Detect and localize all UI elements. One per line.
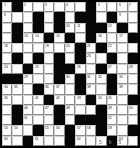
cell-r8c13[interactable] xyxy=(128,74,138,84)
clue-number: 63 xyxy=(119,137,123,141)
clue-number: 55 xyxy=(45,126,49,130)
cell-r13c3[interactable] xyxy=(23,125,33,135)
clue-number: 51 xyxy=(24,116,28,120)
clue-number: 21 xyxy=(87,44,91,48)
cell-r9c6[interactable]: 37 xyxy=(54,84,64,94)
cell-r11c13[interactable]: 50 xyxy=(128,105,138,115)
cell-r9c2[interactable]: 35 xyxy=(12,84,22,94)
clue-number: 60 xyxy=(4,137,8,141)
cell-r2c1[interactable]: 8 xyxy=(2,12,12,22)
clue-number: 3 xyxy=(45,3,47,7)
cell-r2c6 xyxy=(54,12,64,22)
clue-number: 6 xyxy=(119,3,121,7)
cell-r10c3[interactable] xyxy=(23,95,33,105)
cell-r8c1 xyxy=(2,74,12,84)
clue-number: 30 xyxy=(66,75,70,79)
crossword-grid: 1234567891011121314151617181920212223242… xyxy=(2,2,138,146)
clue-number: 33 xyxy=(119,75,123,79)
cell-r5c3[interactable] xyxy=(23,43,33,53)
clue-number: 59 xyxy=(108,126,112,130)
cell-r4c8[interactable] xyxy=(75,33,85,43)
clue-number: 43 xyxy=(77,96,81,100)
clue-number: 54 xyxy=(14,126,18,130)
cell-r9c7[interactable] xyxy=(65,84,75,94)
cell-r3c12 xyxy=(117,23,127,33)
clue-number: 42 xyxy=(56,96,60,100)
cell-r7c10 xyxy=(96,64,106,74)
clue-number: 58 xyxy=(87,126,91,130)
cell-r9c5[interactable]: 36 xyxy=(44,84,54,94)
cell-r9c9[interactable]: 38 xyxy=(86,84,96,94)
clue-number: 41 xyxy=(35,96,39,100)
cell-r5c11[interactable]: 22 xyxy=(107,43,117,53)
clue-number: 53 xyxy=(4,126,8,130)
cell-r9c3[interactable] xyxy=(23,84,33,94)
cell-r10c11[interactable]: 45 xyxy=(107,95,117,105)
cell-r12c11[interactable]: 52 xyxy=(107,115,117,125)
cell-r11c5[interactable]: 47 xyxy=(44,105,54,115)
cell-r10c7[interactable] xyxy=(65,95,75,105)
clue-number: 37 xyxy=(56,85,60,89)
cell-r3c9 xyxy=(86,23,96,33)
cell-r12c8 xyxy=(75,115,85,125)
clue-number: 4 xyxy=(66,3,68,7)
cell-r8c9[interactable]: 31 xyxy=(86,74,96,84)
cell-r11c6 xyxy=(54,105,64,115)
cell-r4c9 xyxy=(86,33,96,43)
cell-r8c10[interactable]: 32 xyxy=(96,74,106,84)
cell-r7c12[interactable] xyxy=(117,64,127,74)
cell-r6c3[interactable] xyxy=(23,53,33,63)
clue-number: 35 xyxy=(14,85,18,89)
cell-r4c4[interactable]: 14 xyxy=(33,33,43,43)
cell-r12c3[interactable]: 51 xyxy=(23,115,33,125)
clue-number: 28 xyxy=(129,65,133,69)
cell-r10c1[interactable]: 40 xyxy=(2,95,12,105)
cell-r7c1[interactable]: 24 xyxy=(2,64,12,74)
cell-r12c5[interactable] xyxy=(44,115,54,125)
cell-r11c7[interactable]: 48 xyxy=(65,105,75,115)
cell-r6c5[interactable] xyxy=(44,53,54,63)
cell-r10c4[interactable]: 41 xyxy=(33,95,43,105)
cell-r1c10[interactable]: 5 xyxy=(96,2,106,12)
clue-number: 10 xyxy=(66,24,70,28)
cell-r2c8 xyxy=(75,12,85,22)
cell-r5c4[interactable] xyxy=(33,43,43,53)
cell-r10c13 xyxy=(128,95,138,105)
clue-number: 2 xyxy=(24,3,26,7)
clue-number: 52 xyxy=(108,116,112,120)
cell-r11c11[interactable]: 49 xyxy=(107,105,117,115)
clue-number: 57 xyxy=(77,126,81,130)
cell-r1c2 xyxy=(12,2,22,12)
cell-r9c11 xyxy=(107,84,117,94)
cell-r5c6[interactable] xyxy=(54,43,64,53)
cell-r14c11 xyxy=(107,136,117,146)
cell-r1c3[interactable]: 2 xyxy=(23,2,33,12)
cell-r14c9[interactable] xyxy=(86,136,96,146)
clue-number: 61 xyxy=(35,137,39,141)
cell-r13c1[interactable]: 53 xyxy=(2,125,12,135)
cell-r7c11[interactable]: 27 xyxy=(107,64,117,74)
cell-r14c4[interactable]: 61 xyxy=(33,136,43,146)
cell-r3c7[interactable]: 10 xyxy=(65,23,75,33)
cell-r6c1[interactable] xyxy=(2,53,12,63)
cell-r13c13 xyxy=(128,125,138,135)
cell-r6c8 xyxy=(75,53,85,63)
clue-number: 7 xyxy=(129,3,131,7)
cell-r14c2[interactable] xyxy=(12,136,22,146)
cell-r7c2[interactable] xyxy=(12,64,22,74)
cell-r4c7 xyxy=(65,33,75,43)
cell-r3c8[interactable]: 11 xyxy=(75,23,85,33)
cell-r12c12[interactable] xyxy=(117,115,127,125)
cell-r3c2 xyxy=(12,23,22,33)
cell-r1c8[interactable] xyxy=(75,2,85,12)
cell-r13c11[interactable]: 59 xyxy=(107,125,117,135)
clue-number: 49 xyxy=(108,106,112,110)
cell-r13c10 xyxy=(96,125,106,135)
clue-number: 45 xyxy=(108,96,112,100)
cell-r6c12[interactable] xyxy=(117,53,127,63)
cell-r11c9[interactable] xyxy=(86,105,96,115)
cell-r10c12[interactable] xyxy=(117,95,127,105)
cell-r1c5[interactable]: 3 xyxy=(44,2,54,12)
cell-r1c12[interactable]: 6 xyxy=(117,2,127,12)
clue-number: 20 xyxy=(66,44,70,48)
cell-r12c4[interactable] xyxy=(33,115,43,125)
cell-r3c3[interactable] xyxy=(23,23,33,33)
cell-r1c11[interactable] xyxy=(107,2,117,12)
cell-r5c10 xyxy=(96,43,106,53)
cell-r8c5[interactable] xyxy=(44,74,54,84)
cell-r8c3[interactable]: 29 xyxy=(23,74,33,84)
cell-r14c10[interactable] xyxy=(96,136,106,146)
clue-number: 39 xyxy=(119,85,123,89)
cell-r13c12[interactable] xyxy=(117,125,127,135)
cell-r7c13[interactable]: 28 xyxy=(128,64,138,74)
cell-r3c13[interactable] xyxy=(128,23,138,33)
clue-number: 13 xyxy=(24,34,28,38)
cell-r6c11 xyxy=(107,53,117,63)
cell-r2c9 xyxy=(86,12,96,22)
cell-r10c2[interactable] xyxy=(12,95,22,105)
cell-r8c7[interactable]: 30 xyxy=(65,74,75,84)
clue-number: 27 xyxy=(108,65,112,69)
clue-number: 40 xyxy=(4,96,8,100)
cell-r2c7[interactable] xyxy=(65,12,75,22)
clue-number: 14 xyxy=(35,34,39,38)
cell-r5c9[interactable]: 21 xyxy=(86,43,96,53)
cell-r13c9[interactable]: 58 xyxy=(86,125,96,135)
cell-r11c2 xyxy=(12,105,22,115)
cell-r8c12[interactable]: 33 xyxy=(117,74,127,84)
cell-r12c2 xyxy=(12,115,22,125)
clue-number: 46 xyxy=(24,106,28,110)
cell-r2c2[interactable] xyxy=(12,12,22,22)
cell-r14c1[interactable]: 60 xyxy=(2,136,12,146)
cell-r1c13[interactable]: 7 xyxy=(128,2,138,12)
cell-r7c9[interactable] xyxy=(86,64,96,74)
cell-r6c6 xyxy=(54,53,64,63)
cell-r7c3 xyxy=(23,64,33,74)
cell-r12c13[interactable] xyxy=(128,115,138,125)
cell-r6c9[interactable]: 23 xyxy=(86,53,96,63)
clue-number: 24 xyxy=(4,65,8,69)
cell-r1c6[interactable] xyxy=(54,2,64,12)
clue-number: 56 xyxy=(56,126,60,130)
cell-r7c4[interactable]: 25 xyxy=(33,64,43,74)
cell-r8c4[interactable] xyxy=(33,74,43,84)
cell-r5c5[interactable]: 19 xyxy=(44,43,54,53)
cell-r4c2 xyxy=(12,33,22,43)
cell-r3c5[interactable] xyxy=(44,23,54,33)
cell-r11c12[interactable] xyxy=(117,105,127,115)
cell-r4c6[interactable]: 15 xyxy=(54,33,64,43)
cell-r11c4[interactable] xyxy=(33,105,43,115)
cell-r13c7 xyxy=(65,125,75,135)
cell-r10c5 xyxy=(44,95,54,105)
cell-r14c13[interactable] xyxy=(128,136,138,146)
cell-r2c12[interactable]: 9 xyxy=(117,12,127,22)
clue-number: 29 xyxy=(24,75,28,79)
cell-r2c3[interactable] xyxy=(23,12,33,22)
cell-r2c10[interactable] xyxy=(96,12,106,22)
cell-r8c2 xyxy=(12,74,22,84)
cell-r4c3[interactable]: 13 xyxy=(23,33,33,43)
cell-r9c1[interactable]: 34 xyxy=(2,84,12,94)
cell-r10c9 xyxy=(86,95,96,105)
cell-r4c10[interactable]: 16 xyxy=(96,33,106,43)
cell-r7c5[interactable] xyxy=(44,64,54,74)
cell-r7c8[interactable]: 26 xyxy=(75,64,85,74)
cell-r4c12[interactable]: 17 xyxy=(117,33,127,43)
cell-r6c2 xyxy=(12,53,22,63)
cell-r14c6[interactable] xyxy=(54,136,64,146)
cell-r14c7 xyxy=(65,136,75,146)
cell-r3c1[interactable] xyxy=(2,23,12,33)
clue-number: 1 xyxy=(4,3,6,7)
cell-r6c7[interactable] xyxy=(65,53,75,63)
cell-r14c3 xyxy=(23,136,33,146)
cell-r8c6 xyxy=(54,74,64,84)
clue-number: 23 xyxy=(87,54,91,58)
clue-number: 9 xyxy=(119,13,121,17)
cell-r2c5[interactable] xyxy=(44,12,54,22)
cell-r11c8[interactable] xyxy=(75,105,85,115)
clue-number: 50 xyxy=(129,106,133,110)
clue-number: 19 xyxy=(45,44,49,48)
cell-r11c1[interactable] xyxy=(2,105,12,115)
cell-r6c10[interactable] xyxy=(96,53,106,63)
cell-r10c8[interactable]: 43 xyxy=(75,95,85,105)
cell-r8c11 xyxy=(107,74,117,84)
cell-r3c4 xyxy=(33,23,43,33)
cell-r7c7 xyxy=(65,64,75,74)
cell-r14c8[interactable]: 62 xyxy=(75,136,85,146)
clue-number: 22 xyxy=(108,44,112,48)
cell-r14c12[interactable]: 63 xyxy=(117,136,127,146)
cell-r13c4 xyxy=(33,125,43,135)
cell-r3c10 xyxy=(96,23,106,33)
clue-number: 12 xyxy=(108,24,112,28)
cell-r12c9 xyxy=(86,115,96,125)
cell-r12c6 xyxy=(54,115,64,125)
clue-number: 38 xyxy=(87,85,91,89)
cell-r10c10[interactable]: 44 xyxy=(96,95,106,105)
clue-number: 11 xyxy=(77,24,80,28)
cell-r6c4 xyxy=(33,53,43,63)
cell-r12c1[interactable] xyxy=(2,115,12,125)
cell-r9c12[interactable]: 39 xyxy=(117,84,127,94)
cell-r2c13[interactable] xyxy=(128,12,138,22)
clue-number: 16 xyxy=(98,34,102,38)
cell-r5c1[interactable]: 18 xyxy=(2,43,12,53)
cell-r9c10[interactable] xyxy=(96,84,106,94)
cell-r13c2[interactable]: 54 xyxy=(12,125,22,135)
cell-r14c5[interactable] xyxy=(44,136,54,146)
cell-r4c1[interactable] xyxy=(2,33,12,43)
cell-r3c11[interactable]: 12 xyxy=(107,23,117,33)
clue-number: 62 xyxy=(77,137,81,141)
cell-r5c2[interactable] xyxy=(12,43,22,53)
clue-number: 32 xyxy=(98,75,102,79)
cell-r9c8 xyxy=(75,84,85,94)
cell-r13c5[interactable]: 55 xyxy=(44,125,54,135)
clue-number: 47 xyxy=(45,106,49,110)
cell-r7c6 xyxy=(54,64,64,74)
crossword-board: 1234567891011121314151617181920212223242… xyxy=(0,0,140,148)
cell-r4c5 xyxy=(44,33,54,43)
cell-r4c13 xyxy=(128,33,138,43)
cell-r1c4[interactable] xyxy=(33,2,43,12)
clue-number: 44 xyxy=(98,96,102,100)
clue-number: 34 xyxy=(4,85,8,89)
cell-r9c4 xyxy=(33,84,43,94)
cell-r2c4 xyxy=(33,12,43,22)
cell-r2c11 xyxy=(107,12,117,22)
clue-number: 48 xyxy=(66,106,70,110)
clue-number: 26 xyxy=(77,65,81,69)
clue-number: 5 xyxy=(98,3,100,7)
clue-number: 17 xyxy=(119,34,123,38)
cell-r9c13[interactable] xyxy=(128,84,138,94)
cell-r1c9 xyxy=(86,2,96,12)
cell-r5c12[interactable] xyxy=(117,43,127,53)
cell-r13c6[interactable]: 56 xyxy=(54,125,64,135)
cell-r11c3[interactable]: 46 xyxy=(23,105,33,115)
clue-number: 36 xyxy=(45,85,49,89)
cell-r13c8[interactable]: 57 xyxy=(75,125,85,135)
clue-number: 25 xyxy=(35,65,39,69)
cell-r10c6[interactable]: 42 xyxy=(54,95,64,105)
cell-r8c8 xyxy=(75,74,85,84)
cell-r5c7[interactable]: 20 xyxy=(65,43,75,53)
clue-number: 31 xyxy=(87,75,91,79)
clue-number: 15 xyxy=(56,34,60,38)
clue-number: 8 xyxy=(4,13,6,17)
cell-r12c7[interactable] xyxy=(65,115,75,125)
cell-r3c6 xyxy=(54,23,64,33)
clue-number: 18 xyxy=(4,44,8,48)
cell-r6c13 xyxy=(128,53,138,63)
cell-r5c8 xyxy=(75,43,85,53)
cell-r12c10 xyxy=(96,115,106,125)
cell-r5c13[interactable] xyxy=(128,43,138,53)
cell-r1c1[interactable]: 1 xyxy=(2,2,12,12)
cell-r1c7[interactable]: 4 xyxy=(65,2,75,12)
cell-r4c11[interactable] xyxy=(107,33,117,43)
cell-r11c10 xyxy=(96,105,106,115)
